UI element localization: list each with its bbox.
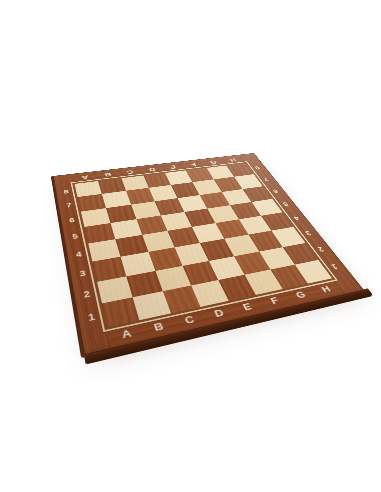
product-photo-stage: ABCDEFGH ABCDEFGH 87654321 87654321 xyxy=(0,0,381,492)
chess-board: ABCDEFGH ABCDEFGH 87654321 87654321 xyxy=(53,153,364,355)
